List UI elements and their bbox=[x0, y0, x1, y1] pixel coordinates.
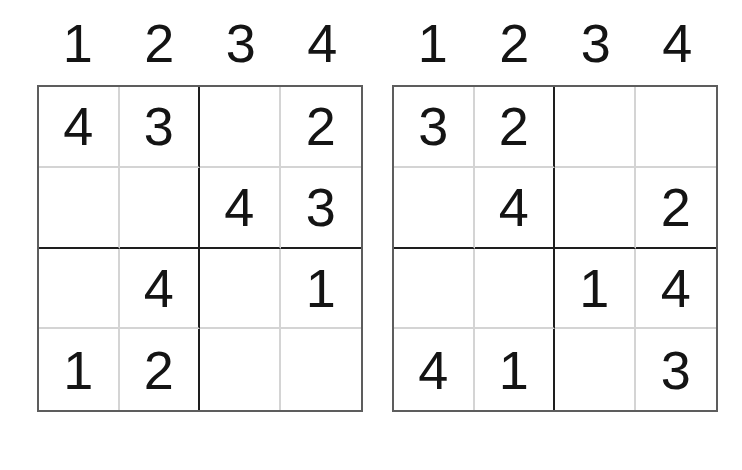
sudoku-cell[interactable] bbox=[200, 87, 281, 168]
sudoku-cell[interactable] bbox=[394, 249, 475, 330]
column-label: 4 bbox=[637, 12, 719, 85]
sudoku-cell[interactable]: 1 bbox=[475, 329, 556, 410]
sudoku-cell[interactable]: 2 bbox=[475, 87, 556, 168]
column-label: 1 bbox=[392, 12, 474, 85]
column-label: 3 bbox=[200, 12, 282, 85]
sudoku-cell[interactable]: 2 bbox=[120, 329, 201, 410]
sudoku-cell[interactable]: 4 bbox=[636, 249, 717, 330]
sudoku-cell[interactable]: 3 bbox=[120, 87, 201, 168]
sudoku-cell[interactable] bbox=[555, 329, 636, 410]
sudoku-cell[interactable] bbox=[394, 168, 475, 249]
sudoku-cell[interactable] bbox=[475, 249, 556, 330]
sudoku-board-left: 1 2 3 4 4 3 2 4 3 4 1 1 2 bbox=[37, 12, 363, 412]
sudoku-cell[interactable]: 3 bbox=[394, 87, 475, 168]
puzzle-page: 1 2 3 4 4 3 2 4 3 4 1 1 2 1 2 bbox=[0, 0, 742, 470]
sudoku-cell[interactable] bbox=[281, 329, 362, 410]
sudoku-cell[interactable] bbox=[555, 87, 636, 168]
sudoku-grid-left: 4 3 2 4 3 4 1 1 2 bbox=[37, 85, 363, 412]
sudoku-cell[interactable] bbox=[39, 249, 120, 330]
column-labels-left: 1 2 3 4 bbox=[37, 12, 363, 85]
sudoku-cell[interactable]: 3 bbox=[636, 329, 717, 410]
sudoku-cell[interactable]: 3 bbox=[281, 168, 362, 249]
sudoku-cell[interactable]: 1 bbox=[281, 249, 362, 330]
sudoku-cell[interactable]: 4 bbox=[120, 249, 201, 330]
sudoku-cell[interactable]: 4 bbox=[39, 87, 120, 168]
column-label: 4 bbox=[282, 12, 364, 85]
sudoku-cell[interactable] bbox=[636, 87, 717, 168]
column-label: 3 bbox=[555, 12, 637, 85]
column-labels-right: 1 2 3 4 bbox=[392, 12, 718, 85]
sudoku-cell[interactable]: 4 bbox=[475, 168, 556, 249]
sudoku-cell[interactable]: 4 bbox=[394, 329, 475, 410]
sudoku-cell[interactable] bbox=[200, 329, 281, 410]
column-label: 2 bbox=[119, 12, 201, 85]
sudoku-cell[interactable]: 1 bbox=[39, 329, 120, 410]
sudoku-grid-right: 3 2 4 2 1 4 4 1 3 bbox=[392, 85, 718, 412]
sudoku-cell[interactable] bbox=[120, 168, 201, 249]
column-label: 1 bbox=[37, 12, 119, 85]
sudoku-cell[interactable]: 2 bbox=[636, 168, 717, 249]
column-label: 2 bbox=[474, 12, 556, 85]
sudoku-cell[interactable]: 4 bbox=[200, 168, 281, 249]
sudoku-cell[interactable]: 1 bbox=[555, 249, 636, 330]
sudoku-cell[interactable] bbox=[39, 168, 120, 249]
sudoku-cell[interactable] bbox=[555, 168, 636, 249]
sudoku-cell[interactable] bbox=[200, 249, 281, 330]
sudoku-cell[interactable]: 2 bbox=[281, 87, 362, 168]
sudoku-board-right: 1 2 3 4 3 2 4 2 1 4 4 1 3 bbox=[392, 12, 718, 412]
